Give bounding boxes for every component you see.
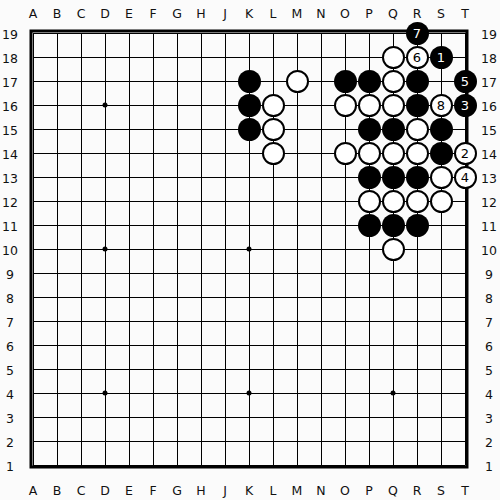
stone-white-Q14 — [382, 142, 405, 165]
stone-black-R19: 7 — [406, 22, 429, 45]
stone-black-Q15 — [382, 118, 405, 141]
move-number: 4 — [461, 171, 469, 184]
row-label: 10 — [0, 242, 21, 258]
row-label: 16 — [478, 98, 500, 114]
column-label: O — [334, 5, 356, 21]
stone-white-R14 — [406, 142, 429, 165]
column-label: E — [118, 5, 140, 21]
column-label: S — [430, 482, 452, 498]
stone-white-Q12 — [382, 190, 405, 213]
stone-white-R15 — [406, 118, 429, 141]
row-label: 5 — [478, 362, 500, 378]
stone-black-T17: 5 — [454, 70, 477, 93]
row-label: 19 — [478, 26, 500, 42]
row-label: 4 — [0, 386, 21, 402]
stone-white-R18: 6 — [406, 46, 429, 69]
column-label: G — [166, 5, 188, 21]
row-label: 2 — [0, 434, 21, 450]
row-label: 17 — [478, 74, 500, 90]
row-label: 19 — [0, 26, 21, 42]
stone-white-S16: 8 — [430, 94, 453, 117]
row-label: 7 — [478, 314, 500, 330]
column-label: F — [142, 482, 164, 498]
column-label: Q — [382, 5, 404, 21]
stone-black-S15 — [430, 118, 453, 141]
stone-white-L14 — [262, 142, 285, 165]
row-label: 9 — [478, 266, 500, 282]
column-label: P — [358, 482, 380, 498]
stones-layer: 71536824 — [21, 21, 477, 477]
row-label: 8 — [0, 290, 21, 306]
stone-white-Q17 — [382, 70, 405, 93]
column-label: M — [286, 5, 308, 21]
stone-white-P12 — [358, 190, 381, 213]
row-label: 9 — [0, 266, 21, 282]
stone-black-P17 — [358, 70, 381, 93]
column-label: K — [238, 482, 260, 498]
stone-white-S13 — [430, 166, 453, 189]
column-label: N — [310, 5, 332, 21]
row-label: 6 — [0, 338, 21, 354]
column-label: A — [22, 482, 44, 498]
stone-black-P13 — [358, 166, 381, 189]
stone-white-S12 — [430, 190, 453, 213]
column-label: H — [190, 482, 212, 498]
stone-black-R16 — [406, 94, 429, 117]
stone-black-P11 — [358, 214, 381, 237]
column-label: A — [22, 5, 44, 21]
column-label: C — [70, 5, 92, 21]
row-label: 17 — [0, 74, 21, 90]
column-label: L — [262, 5, 284, 21]
column-label: H — [190, 5, 212, 21]
stone-black-Q13 — [382, 166, 405, 189]
row-label: 3 — [478, 410, 500, 426]
stone-black-K16 — [238, 94, 261, 117]
move-number: 7 — [413, 27, 421, 40]
move-number: 2 — [461, 147, 469, 160]
move-number: 6 — [413, 51, 421, 64]
stone-white-M17 — [286, 70, 309, 93]
stone-white-O14 — [334, 142, 357, 165]
stone-white-L15 — [262, 118, 285, 141]
column-label: T — [454, 5, 476, 21]
stone-black-R13 — [406, 166, 429, 189]
column-label: L — [262, 482, 284, 498]
move-number: 3 — [461, 99, 469, 112]
move-number: 8 — [437, 99, 445, 112]
stone-white-O16 — [334, 94, 357, 117]
stone-black-P15 — [358, 118, 381, 141]
stone-black-K17 — [238, 70, 261, 93]
stone-white-R12 — [406, 190, 429, 213]
row-label: 18 — [0, 50, 21, 66]
column-label: S — [430, 5, 452, 21]
row-label: 8 — [478, 290, 500, 306]
column-label: J — [214, 482, 236, 498]
row-label: 13 — [478, 170, 500, 186]
row-label: 18 — [478, 50, 500, 66]
column-label: Q — [382, 482, 404, 498]
row-label: 1 — [0, 458, 21, 474]
column-label: P — [358, 5, 380, 21]
stone-white-Q16 — [382, 94, 405, 117]
stone-black-R11 — [406, 214, 429, 237]
stone-white-T13: 4 — [454, 166, 477, 189]
column-label: N — [310, 482, 332, 498]
row-label: 14 — [0, 146, 21, 162]
column-label: K — [238, 5, 260, 21]
column-label: F — [142, 5, 164, 21]
stone-white-P14 — [358, 142, 381, 165]
column-label: B — [46, 482, 68, 498]
column-label: E — [118, 482, 140, 498]
column-label: D — [94, 5, 116, 21]
row-label: 2 — [478, 434, 500, 450]
column-label: T — [454, 482, 476, 498]
row-label: 3 — [0, 410, 21, 426]
stone-black-T16: 3 — [454, 94, 477, 117]
column-label: M — [286, 482, 308, 498]
row-label: 15 — [0, 122, 21, 138]
stone-black-S14 — [430, 142, 453, 165]
column-label: O — [334, 482, 356, 498]
stone-white-Q18 — [382, 46, 405, 69]
stone-white-T14: 2 — [454, 142, 477, 165]
row-label: 12 — [0, 194, 21, 210]
stone-black-S18: 1 — [430, 46, 453, 69]
stone-black-Q11 — [382, 214, 405, 237]
row-label: 5 — [0, 362, 21, 378]
row-label: 14 — [478, 146, 500, 162]
column-label: R — [406, 5, 428, 21]
row-label: 4 — [478, 386, 500, 402]
stone-black-R17 — [406, 70, 429, 93]
row-label: 10 — [478, 242, 500, 258]
move-number: 5 — [461, 75, 469, 88]
column-label: G — [166, 482, 188, 498]
column-label: B — [46, 5, 68, 21]
move-number: 1 — [437, 51, 445, 64]
row-label: 11 — [0, 218, 21, 234]
stone-black-O17 — [334, 70, 357, 93]
row-label: 16 — [0, 98, 21, 114]
column-label: J — [214, 5, 236, 21]
stone-white-P16 — [358, 94, 381, 117]
stone-black-K15 — [238, 118, 261, 141]
column-label: D — [94, 482, 116, 498]
row-label: 13 — [0, 170, 21, 186]
column-label: R — [406, 482, 428, 498]
row-label: 12 — [478, 194, 500, 210]
row-label: 1 — [478, 458, 500, 474]
row-label: 7 — [0, 314, 21, 330]
go-board-diagram: ABCDEFGHJKLMNOPQRST ABCDEFGHJKLMNOPQRST … — [0, 0, 500, 500]
row-label: 6 — [478, 338, 500, 354]
row-label: 11 — [478, 218, 500, 234]
stone-white-Q10 — [382, 238, 405, 261]
row-label: 15 — [478, 122, 500, 138]
column-label: C — [70, 482, 92, 498]
stone-white-L16 — [262, 94, 285, 117]
